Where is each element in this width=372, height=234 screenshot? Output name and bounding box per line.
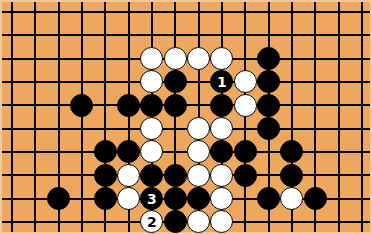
stone-black[interactable] [234,164,257,187]
stone-white[interactable] [117,164,140,187]
move-number-label: 3 [147,192,157,206]
move-number-label: 1 [217,75,227,89]
grid-horizontal-line [2,128,370,130]
grid-horizontal-line [2,11,370,13]
stone-black[interactable] [164,164,187,187]
move-number-label: 2 [147,215,157,229]
stone-black[interactable] [117,94,140,117]
grid-horizontal-line [2,34,370,36]
stone-white[interactable] [164,47,187,70]
stone-black[interactable] [94,187,117,210]
stone-black[interactable] [164,94,187,117]
stone-black[interactable] [94,164,117,187]
stone-white[interactable] [187,164,210,187]
stone-white[interactable] [234,94,257,117]
stone-black[interactable] [164,187,187,210]
grid-horizontal-line [2,151,370,153]
stone-black[interactable] [304,187,327,210]
stone-black[interactable] [257,94,280,117]
go-diagram: 132 [0,0,372,234]
